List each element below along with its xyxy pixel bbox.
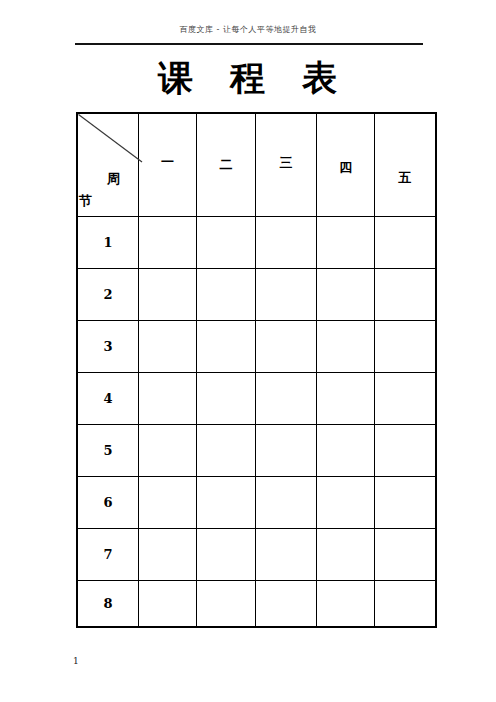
period-number-label: 1 — [103, 235, 112, 250]
schedule-cell-r8c2 — [197, 581, 256, 626]
schedule-cell-r6c1 — [139, 477, 197, 529]
period-number-4: 4 — [78, 373, 139, 425]
schedule-cell-r2c1 — [139, 269, 197, 321]
document-page: 百度文库 - 让每个人平等地提升自我 课 程 表 周节一二三四五12345678… — [0, 0, 496, 702]
schedule-cell-r4c1 — [139, 373, 197, 425]
period-number-label: 5 — [103, 443, 112, 458]
diagonal-divider — [78, 114, 148, 168]
corner-cell: 周节 — [78, 114, 139, 217]
schedule-cell-r4c4 — [317, 373, 375, 425]
schedule-cell-r7c1 — [139, 529, 197, 581]
period-number-label: 4 — [103, 391, 112, 406]
schedule-cell-r5c1 — [139, 425, 197, 477]
schedule-cell-r8c4 — [317, 581, 375, 626]
schedule-cell-r6c4 — [317, 477, 375, 529]
schedule-cell-r7c4 — [317, 529, 375, 581]
period-number-5: 5 — [78, 425, 139, 477]
schedule-cell-r3c4 — [317, 321, 375, 373]
schedule-cell-r6c2 — [197, 477, 256, 529]
schedule-cell-r7c5 — [375, 529, 435, 581]
day-header-label: 二 — [220, 158, 233, 172]
period-number-label: 3 — [103, 339, 112, 354]
week-axis-label: 周 — [107, 170, 120, 188]
schedule-cell-r4c2 — [197, 373, 256, 425]
day-header-label: 三 — [280, 156, 293, 170]
schedule-cell-r3c5 — [375, 321, 435, 373]
day-header-2: 二 — [197, 114, 256, 217]
schedule-cell-r5c5 — [375, 425, 435, 477]
schedule-cell-r1c1 — [139, 217, 197, 269]
schedule-cell-r8c3 — [256, 581, 317, 626]
period-number-8: 8 — [78, 581, 139, 626]
period-number-label: 7 — [103, 547, 112, 562]
schedule-cell-r2c4 — [317, 269, 375, 321]
day-header-label: 五 — [399, 171, 412, 185]
day-header-label: 一 — [161, 155, 174, 169]
schedule-cell-r1c2 — [197, 217, 256, 269]
schedule-cell-r4c5 — [375, 373, 435, 425]
schedule-cell-r6c5 — [375, 477, 435, 529]
schedule-cell-r1c3 — [256, 217, 317, 269]
schedule-table: 周节一二三四五12345678 — [76, 112, 437, 628]
schedule-cell-r1c5 — [375, 217, 435, 269]
schedule-cell-r5c3 — [256, 425, 317, 477]
schedule-cell-r3c3 — [256, 321, 317, 373]
day-header-5: 五 — [375, 114, 435, 217]
period-number-label: 2 — [103, 287, 112, 302]
page-title: 课 程 表 — [0, 56, 496, 100]
day-header-3: 三 — [256, 114, 317, 217]
period-number-label: 6 — [103, 495, 112, 510]
schedule-cell-r3c2 — [197, 321, 256, 373]
schedule-cell-r4c3 — [256, 373, 317, 425]
period-number-1: 1 — [78, 217, 139, 269]
day-header-label: 四 — [339, 161, 352, 175]
schedule-cell-r2c2 — [197, 269, 256, 321]
schedule-cell-r8c1 — [139, 581, 197, 626]
period-number-2: 2 — [78, 269, 139, 321]
schedule-cell-r7c3 — [256, 529, 317, 581]
schedule-cell-r1c4 — [317, 217, 375, 269]
schedule-cell-r6c3 — [256, 477, 317, 529]
baidu-wenku-watermark: 百度文库 - 让每个人平等地提升自我 — [0, 24, 496, 35]
schedule-cell-r5c4 — [317, 425, 375, 477]
page-number: 1 — [73, 656, 79, 666]
period-number-3: 3 — [78, 321, 139, 373]
period-number-7: 7 — [78, 529, 139, 581]
day-header-4: 四 — [317, 114, 375, 217]
schedule-cell-r2c3 — [256, 269, 317, 321]
header-rule — [75, 43, 423, 45]
period-number-6: 6 — [78, 477, 139, 529]
schedule-cell-r5c2 — [197, 425, 256, 477]
schedule-cell-r3c1 — [139, 321, 197, 373]
period-number-label: 8 — [103, 596, 112, 611]
schedule-cell-r7c2 — [197, 529, 256, 581]
period-axis-label: 节 — [79, 192, 92, 210]
schedule-cell-r8c5 — [375, 581, 435, 626]
schedule-cell-r2c5 — [375, 269, 435, 321]
